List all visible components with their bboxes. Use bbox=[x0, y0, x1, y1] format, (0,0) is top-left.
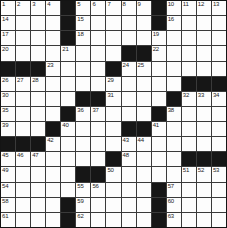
cell-r5c9[interactable]: 24 bbox=[122, 62, 136, 76]
cell-r4c6[interactable] bbox=[76, 46, 90, 60]
clue-number-59: 59 bbox=[77, 198, 83, 205]
cell-r1c2[interactable]: 2 bbox=[16, 1, 30, 15]
cell-r3c6[interactable]: 18 bbox=[76, 31, 90, 45]
cell-r10c7[interactable] bbox=[91, 137, 105, 151]
clue-number-5: 5 bbox=[77, 1, 80, 8]
clue-number-32: 32 bbox=[183, 92, 189, 99]
clue-number-38: 38 bbox=[168, 107, 174, 114]
clue-number-44: 44 bbox=[138, 137, 144, 144]
cell-r6c12[interactable] bbox=[167, 77, 181, 91]
clue-number-12: 12 bbox=[198, 1, 204, 8]
clue-number-51: 51 bbox=[183, 167, 189, 174]
cell-r6c2[interactable]: 27 bbox=[16, 77, 30, 91]
cell-r7c5[interactable] bbox=[61, 92, 75, 106]
cell-r10c5[interactable] bbox=[61, 137, 75, 151]
cell-r3c12[interactable] bbox=[167, 31, 181, 45]
cell-r2c10[interactable] bbox=[137, 16, 151, 30]
cell-r15c8[interactable] bbox=[106, 213, 120, 227]
cell-r14c4[interactable] bbox=[46, 198, 60, 212]
cell-r15c15[interactable] bbox=[212, 213, 226, 227]
cell-r14c6[interactable]: 59 bbox=[76, 198, 90, 212]
cell-r8c6[interactable]: 36 bbox=[76, 107, 90, 121]
cell-r13c6[interactable]: 55 bbox=[76, 183, 90, 197]
clue-number-28: 28 bbox=[32, 77, 38, 84]
cell-r2c5-black bbox=[61, 16, 75, 30]
cell-r9c13[interactable] bbox=[182, 122, 196, 136]
cell-r3c2[interactable] bbox=[16, 31, 30, 45]
cell-r13c15[interactable] bbox=[212, 183, 226, 197]
cell-r11c6[interactable] bbox=[76, 152, 90, 166]
cell-r8c2[interactable] bbox=[16, 107, 30, 121]
cell-r7c6-black bbox=[76, 92, 90, 106]
cell-r14c5-black bbox=[61, 198, 75, 212]
cell-r9c6[interactable] bbox=[76, 122, 90, 136]
cell-r1c8[interactable]: 7 bbox=[106, 1, 120, 15]
cell-r9c10-black bbox=[137, 122, 151, 136]
cell-r4c15[interactable] bbox=[212, 46, 226, 60]
clue-number-18: 18 bbox=[77, 31, 83, 38]
cell-r10c15[interactable] bbox=[212, 137, 226, 151]
cell-r9c15[interactable] bbox=[212, 122, 226, 136]
cell-r7c8[interactable]: 31 bbox=[106, 92, 120, 106]
cell-r11c5[interactable] bbox=[61, 152, 75, 166]
cell-r12c1[interactable]: 49 bbox=[1, 167, 15, 181]
cell-r14c12[interactable]: 60 bbox=[167, 198, 181, 212]
cell-r5c4[interactable]: 23 bbox=[46, 62, 60, 76]
cell-r2c7[interactable] bbox=[91, 16, 105, 30]
cell-r9c7[interactable] bbox=[91, 122, 105, 136]
cell-r4c10-black bbox=[137, 46, 151, 60]
cell-r6c15-black bbox=[212, 77, 226, 91]
cell-r11c11[interactable] bbox=[152, 152, 166, 166]
cell-r11c3[interactable]: 47 bbox=[31, 152, 45, 166]
cell-r15c14[interactable] bbox=[197, 213, 211, 227]
cell-r3c15[interactable] bbox=[212, 31, 226, 45]
cell-r10c12[interactable] bbox=[167, 137, 181, 151]
cell-r6c8[interactable]: 29 bbox=[106, 77, 120, 91]
cell-r15c7[interactable] bbox=[91, 213, 105, 227]
clue-number-26: 26 bbox=[2, 77, 8, 84]
cell-r14c7[interactable] bbox=[91, 198, 105, 212]
cell-r14c14[interactable] bbox=[197, 198, 211, 212]
cell-r7c12-black bbox=[167, 92, 181, 106]
cell-r12c11[interactable] bbox=[152, 167, 166, 181]
clue-number-39: 39 bbox=[2, 122, 8, 129]
cell-r5c8-black bbox=[106, 62, 120, 76]
cell-r10c11[interactable] bbox=[152, 137, 166, 151]
cell-r3c11[interactable]: 19 bbox=[152, 31, 166, 45]
cell-r8c9[interactable] bbox=[122, 107, 136, 121]
cell-r15c9[interactable] bbox=[122, 213, 136, 227]
clue-number-63: 63 bbox=[168, 213, 174, 220]
clue-number-52: 52 bbox=[198, 167, 204, 174]
cell-r6c9[interactable] bbox=[122, 77, 136, 91]
clue-number-4: 4 bbox=[47, 1, 50, 8]
cell-r11c8-black bbox=[106, 152, 120, 166]
cell-r10c2-black bbox=[16, 137, 30, 151]
cell-r14c1[interactable]: 58 bbox=[1, 198, 15, 212]
cell-r12c9[interactable] bbox=[122, 167, 136, 181]
clue-number-43: 43 bbox=[123, 137, 129, 144]
clue-number-37: 37 bbox=[92, 107, 98, 114]
cell-r2c14[interactable] bbox=[197, 16, 211, 30]
clue-number-47: 47 bbox=[32, 152, 38, 159]
cell-r15c5-black bbox=[61, 213, 75, 227]
cell-r15c13[interactable] bbox=[182, 213, 196, 227]
cell-r10c10[interactable]: 44 bbox=[137, 137, 151, 151]
clue-number-11: 11 bbox=[183, 1, 189, 8]
cell-r5c12[interactable] bbox=[167, 62, 181, 76]
cell-r5c3-black bbox=[31, 62, 45, 76]
clue-number-30: 30 bbox=[2, 92, 8, 99]
cell-r14c9[interactable] bbox=[122, 198, 136, 212]
clue-number-55: 55 bbox=[77, 183, 83, 190]
clue-number-27: 27 bbox=[17, 77, 23, 84]
cell-r8c8[interactable] bbox=[106, 107, 120, 121]
cell-r4c5[interactable]: 21 bbox=[61, 46, 75, 60]
cell-r1c13[interactable]: 11 bbox=[182, 1, 196, 15]
cell-r11c13-black bbox=[182, 152, 196, 166]
clue-number-36: 36 bbox=[77, 107, 83, 114]
cell-r15c2[interactable] bbox=[16, 213, 30, 227]
cell-r7c1[interactable]: 30 bbox=[1, 92, 15, 106]
cell-r8c11-black bbox=[152, 107, 166, 121]
cell-r4c2[interactable] bbox=[16, 46, 30, 60]
cell-r4c9-black bbox=[122, 46, 136, 60]
cell-r4c4[interactable] bbox=[46, 46, 60, 60]
clue-number-41: 41 bbox=[153, 122, 159, 129]
cell-r13c12[interactable]: 57 bbox=[167, 183, 181, 197]
cell-r11c9[interactable]: 48 bbox=[122, 152, 136, 166]
cell-r12c3[interactable] bbox=[31, 167, 45, 181]
cell-r1c9[interactable]: 8 bbox=[122, 1, 136, 15]
clue-number-54: 54 bbox=[2, 183, 8, 190]
clue-number-20: 20 bbox=[2, 46, 8, 53]
cell-r8c7[interactable]: 37 bbox=[91, 107, 105, 121]
cell-r3c5-black bbox=[61, 31, 75, 45]
cell-r6c1[interactable]: 26 bbox=[1, 77, 15, 91]
clue-number-35: 35 bbox=[2, 107, 8, 114]
cell-r9c5[interactable]: 40 bbox=[61, 122, 75, 136]
cell-r1c3[interactable]: 3 bbox=[31, 1, 45, 15]
crossword-board: 1234567891011121314151617181920212223242… bbox=[0, 0, 227, 228]
clue-number-3: 3 bbox=[32, 1, 35, 8]
cell-r13c10[interactable] bbox=[137, 183, 151, 197]
cell-r12c12[interactable] bbox=[167, 167, 181, 181]
cell-r11c12[interactable] bbox=[167, 152, 181, 166]
cell-r1c14[interactable]: 12 bbox=[197, 1, 211, 15]
cell-r15c11-black bbox=[152, 213, 166, 227]
clue-number-62: 62 bbox=[77, 213, 83, 220]
cell-r10c3-black bbox=[31, 137, 45, 151]
cell-r9c8[interactable] bbox=[106, 122, 120, 136]
cell-r14c15[interactable] bbox=[212, 198, 226, 212]
cell-r13c4[interactable] bbox=[46, 183, 60, 197]
cell-r10c6[interactable] bbox=[76, 137, 90, 151]
cell-r3c14[interactable] bbox=[197, 31, 211, 45]
clue-number-15: 15 bbox=[77, 16, 83, 23]
cell-r14c13[interactable] bbox=[182, 198, 196, 212]
cell-r1c12[interactable]: 10 bbox=[167, 1, 181, 15]
cell-r6c5[interactable] bbox=[61, 77, 75, 91]
cell-r3c1[interactable]: 17 bbox=[1, 31, 15, 45]
cell-r10c13[interactable] bbox=[182, 137, 196, 151]
cell-r4c3[interactable] bbox=[31, 46, 45, 60]
cell-r8c13[interactable] bbox=[182, 107, 196, 121]
cell-r8c12[interactable]: 38 bbox=[167, 107, 181, 121]
cell-r1c6[interactable]: 5 bbox=[76, 1, 90, 15]
cell-r13c13[interactable] bbox=[182, 183, 196, 197]
cell-r7c9[interactable] bbox=[122, 92, 136, 106]
cell-r5c1-black bbox=[1, 62, 15, 76]
cell-r7c15[interactable]: 34 bbox=[212, 92, 226, 106]
cell-r6c6[interactable] bbox=[76, 77, 90, 91]
clue-number-22: 22 bbox=[153, 46, 159, 53]
cell-r2c1[interactable]: 14 bbox=[1, 16, 15, 30]
cell-r13c1[interactable]: 54 bbox=[1, 183, 15, 197]
cell-r13c2[interactable] bbox=[16, 183, 30, 197]
cell-r1c11-black bbox=[152, 1, 166, 15]
cell-r7c11[interactable] bbox=[152, 92, 166, 106]
cell-r15c4[interactable] bbox=[46, 213, 60, 227]
cell-r2c8[interactable] bbox=[106, 16, 120, 30]
clue-number-49: 49 bbox=[2, 167, 8, 174]
cell-r14c8[interactable] bbox=[106, 198, 120, 212]
cell-r12c4[interactable] bbox=[46, 167, 60, 181]
cell-r10c4[interactable]: 42 bbox=[46, 137, 60, 151]
clue-number-57: 57 bbox=[168, 183, 174, 190]
cell-r12c14[interactable]: 52 bbox=[197, 167, 211, 181]
cell-r12c8[interactable]: 50 bbox=[106, 167, 120, 181]
cell-r15c10[interactable] bbox=[137, 213, 151, 227]
clue-number-61: 61 bbox=[2, 213, 8, 220]
cell-r11c7[interactable] bbox=[91, 152, 105, 166]
cell-r7c14[interactable]: 33 bbox=[197, 92, 211, 106]
cell-r13c8[interactable] bbox=[106, 183, 120, 197]
cell-r6c4[interactable] bbox=[46, 77, 60, 91]
cell-r2c12[interactable]: 16 bbox=[167, 16, 181, 30]
cell-r10c9[interactable]: 43 bbox=[122, 137, 136, 151]
cell-r11c4[interactable] bbox=[46, 152, 60, 166]
cell-r2c11-black bbox=[152, 16, 166, 30]
cell-r5c13[interactable] bbox=[182, 62, 196, 76]
cell-r11c2[interactable]: 46 bbox=[16, 152, 30, 166]
clue-number-50: 50 bbox=[107, 167, 113, 174]
clue-number-6: 6 bbox=[92, 1, 95, 8]
cell-r11c15-black bbox=[212, 152, 226, 166]
clue-number-8: 8 bbox=[123, 1, 126, 8]
clue-number-31: 31 bbox=[107, 92, 113, 99]
cell-r13c7[interactable]: 56 bbox=[91, 183, 105, 197]
cell-r2c9[interactable] bbox=[122, 16, 136, 30]
clue-number-42: 42 bbox=[47, 137, 53, 144]
cell-r9c3[interactable] bbox=[31, 122, 45, 136]
cell-r6c11[interactable] bbox=[152, 77, 166, 91]
cell-r5c14[interactable] bbox=[197, 62, 211, 76]
cell-r2c3[interactable] bbox=[31, 16, 45, 30]
cell-r7c2[interactable] bbox=[16, 92, 30, 106]
cell-r8c15[interactable] bbox=[212, 107, 226, 121]
clue-number-24: 24 bbox=[123, 62, 129, 69]
cell-r13c9[interactable] bbox=[122, 183, 136, 197]
cell-r6c13-black bbox=[182, 77, 196, 91]
cell-r2c13[interactable] bbox=[182, 16, 196, 30]
cell-r8c1[interactable]: 35 bbox=[1, 107, 15, 121]
cell-r13c3[interactable] bbox=[31, 183, 45, 197]
cell-r12c13[interactable]: 51 bbox=[182, 167, 196, 181]
cell-r6c7[interactable] bbox=[91, 77, 105, 91]
cell-r9c2[interactable] bbox=[16, 122, 30, 136]
cell-r12c6-black bbox=[76, 167, 90, 181]
cell-r12c2[interactable] bbox=[16, 167, 30, 181]
clue-number-45: 45 bbox=[2, 152, 8, 159]
cell-r13c14[interactable] bbox=[197, 183, 211, 197]
cell-r1c15[interactable]: 13 bbox=[212, 1, 226, 15]
clue-number-46: 46 bbox=[17, 152, 23, 159]
cell-r4c14[interactable] bbox=[197, 46, 211, 60]
cell-r8c5-black bbox=[61, 107, 75, 121]
cell-r7c7-black bbox=[91, 92, 105, 106]
clue-number-25: 25 bbox=[138, 62, 144, 69]
clue-number-19: 19 bbox=[153, 31, 159, 38]
cell-r7c3[interactable] bbox=[31, 92, 45, 106]
cell-r7c13[interactable]: 32 bbox=[182, 92, 196, 106]
clue-number-34: 34 bbox=[213, 92, 219, 99]
clue-number-10: 10 bbox=[168, 1, 174, 8]
clue-number-56: 56 bbox=[92, 183, 98, 190]
cell-r1c4[interactable]: 4 bbox=[46, 1, 60, 15]
clue-number-7: 7 bbox=[107, 1, 110, 8]
cell-r10c1-black bbox=[1, 137, 15, 151]
cell-r8c4[interactable] bbox=[46, 107, 60, 121]
clue-number-33: 33 bbox=[198, 92, 204, 99]
clue-number-14: 14 bbox=[2, 16, 8, 23]
cell-r11c1[interactable]: 45 bbox=[1, 152, 15, 166]
cell-r9c11[interactable]: 41 bbox=[152, 122, 166, 136]
cell-r10c14[interactable] bbox=[197, 137, 211, 151]
clue-number-40: 40 bbox=[62, 122, 68, 129]
cell-r3c8[interactable] bbox=[106, 31, 120, 45]
cell-r8c10[interactable] bbox=[137, 107, 151, 121]
cell-r10c8[interactable] bbox=[106, 137, 120, 151]
cell-r3c13[interactable] bbox=[182, 31, 196, 45]
cell-r11c10[interactable] bbox=[137, 152, 151, 166]
cell-r3c3[interactable] bbox=[31, 31, 45, 45]
cell-r7c10[interactable] bbox=[137, 92, 151, 106]
clue-number-2: 2 bbox=[17, 1, 20, 8]
cell-r5c7[interactable] bbox=[91, 62, 105, 76]
clue-number-23: 23 bbox=[47, 62, 53, 69]
cell-r2c4[interactable] bbox=[46, 16, 60, 30]
cell-r14c10[interactable] bbox=[137, 198, 151, 212]
cell-r12c15[interactable]: 53 bbox=[212, 167, 226, 181]
clue-number-21: 21 bbox=[62, 46, 68, 53]
cell-r1c5-black bbox=[61, 1, 75, 15]
cell-r4c11[interactable]: 22 bbox=[152, 46, 166, 60]
cell-r14c2[interactable] bbox=[16, 198, 30, 212]
cell-r5c15[interactable] bbox=[212, 62, 226, 76]
cell-r6c14-black bbox=[197, 77, 211, 91]
clue-number-13: 13 bbox=[213, 1, 219, 8]
cell-r15c3[interactable] bbox=[31, 213, 45, 227]
cell-r3c4[interactable] bbox=[46, 31, 60, 45]
cell-r9c12[interactable] bbox=[167, 122, 181, 136]
clue-number-53: 53 bbox=[213, 167, 219, 174]
cell-r3c7[interactable] bbox=[91, 31, 105, 45]
clue-number-60: 60 bbox=[168, 198, 174, 205]
cell-r5c2-black bbox=[16, 62, 30, 76]
cell-r9c14[interactable] bbox=[197, 122, 211, 136]
cell-r6c10[interactable] bbox=[137, 77, 151, 91]
clue-number-29: 29 bbox=[107, 77, 113, 84]
cell-r15c6[interactable]: 62 bbox=[76, 213, 90, 227]
cell-r4c12[interactable] bbox=[167, 46, 181, 60]
cell-r2c2[interactable] bbox=[16, 16, 30, 30]
clue-number-9: 9 bbox=[138, 1, 141, 8]
cell-r3c10[interactable] bbox=[137, 31, 151, 45]
clue-number-48: 48 bbox=[123, 152, 129, 159]
clue-number-1: 1 bbox=[2, 1, 5, 8]
cell-r9c1[interactable]: 39 bbox=[1, 122, 15, 136]
cell-r11c14-black bbox=[197, 152, 211, 166]
cell-r12c10[interactable] bbox=[137, 167, 151, 181]
cell-r4c1[interactable]: 20 bbox=[1, 46, 15, 60]
cell-r1c10[interactable]: 9 bbox=[137, 1, 151, 15]
cell-r14c3[interactable] bbox=[31, 198, 45, 212]
cell-r4c8[interactable] bbox=[106, 46, 120, 60]
cell-r15c1[interactable]: 61 bbox=[1, 213, 15, 227]
cell-r3c9[interactable] bbox=[122, 31, 136, 45]
cell-r8c14[interactable] bbox=[197, 107, 211, 121]
clue-number-16: 16 bbox=[168, 16, 174, 23]
cell-r2c15[interactable] bbox=[212, 16, 226, 30]
cell-r15c12[interactable]: 63 bbox=[167, 213, 181, 227]
cell-r13c11-black bbox=[152, 183, 166, 197]
cell-r5c11[interactable] bbox=[152, 62, 166, 76]
cell-r6c3[interactable]: 28 bbox=[31, 77, 45, 91]
clue-number-58: 58 bbox=[2, 198, 8, 205]
cell-r14c11-black bbox=[152, 198, 166, 212]
crossword-grid: 1234567891011121314151617181920212223242… bbox=[0, 0, 227, 228]
cell-r5c10[interactable]: 25 bbox=[137, 62, 151, 76]
cell-r9c4-black bbox=[46, 122, 60, 136]
cell-r4c13[interactable] bbox=[182, 46, 196, 60]
cell-r2c6[interactable]: 15 bbox=[76, 16, 90, 30]
cell-r9c9-black bbox=[122, 122, 136, 136]
cell-r1c7[interactable]: 6 bbox=[91, 1, 105, 15]
cell-r5c5[interactable] bbox=[61, 62, 75, 76]
cell-r4c7[interactable] bbox=[91, 46, 105, 60]
cell-r7c4[interactable] bbox=[46, 92, 60, 106]
cell-r5c6[interactable] bbox=[76, 62, 90, 76]
cell-r13c5[interactable] bbox=[61, 183, 75, 197]
cell-r12c7-black bbox=[91, 167, 105, 181]
cell-r12c5[interactable] bbox=[61, 167, 75, 181]
clue-number-17: 17 bbox=[2, 31, 8, 38]
cell-r1c1[interactable]: 1 bbox=[1, 1, 15, 15]
cell-r8c3[interactable] bbox=[31, 107, 45, 121]
